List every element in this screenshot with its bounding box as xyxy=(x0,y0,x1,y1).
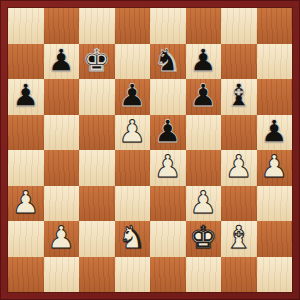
square-h3[interactable] xyxy=(257,186,293,222)
square-b2[interactable]: ♟ xyxy=(44,221,80,257)
white-knight[interactable]: ♞ xyxy=(118,221,146,256)
square-a3[interactable]: ♟ xyxy=(8,186,44,222)
board-frame: ♟♚♞♟♟♟♟♝♟♟♟♟♟♟♟♟♟♞♚♝ xyxy=(0,0,300,300)
square-d4[interactable] xyxy=(115,150,151,186)
square-c1[interactable] xyxy=(79,257,115,293)
square-h7[interactable] xyxy=(257,44,293,80)
white-pawn[interactable]: ♟ xyxy=(225,150,253,185)
white-pawn[interactable]: ♟ xyxy=(260,150,288,185)
square-c8[interactable] xyxy=(79,8,115,44)
square-d2[interactable]: ♞ xyxy=(115,221,151,257)
square-g6[interactable]: ♝ xyxy=(221,79,257,115)
white-bishop[interactable]: ♝ xyxy=(225,221,253,256)
square-c4[interactable] xyxy=(79,150,115,186)
square-c5[interactable] xyxy=(79,115,115,151)
square-g3[interactable] xyxy=(221,186,257,222)
white-king[interactable]: ♚ xyxy=(189,221,217,256)
black-king[interactable]: ♚ xyxy=(83,44,111,79)
square-d8[interactable] xyxy=(115,8,151,44)
square-f2[interactable]: ♚ xyxy=(186,221,222,257)
square-a8[interactable] xyxy=(8,8,44,44)
square-f4[interactable] xyxy=(186,150,222,186)
square-e1[interactable] xyxy=(150,257,186,293)
black-pawn[interactable]: ♟ xyxy=(47,44,75,79)
square-a6[interactable]: ♟ xyxy=(8,79,44,115)
square-g5[interactable] xyxy=(221,115,257,151)
square-g8[interactable] xyxy=(221,8,257,44)
square-b1[interactable] xyxy=(44,257,80,293)
square-a4[interactable] xyxy=(8,150,44,186)
square-g7[interactable] xyxy=(221,44,257,80)
white-pawn[interactable]: ♟ xyxy=(47,221,75,256)
square-d1[interactable] xyxy=(115,257,151,293)
square-a2[interactable] xyxy=(8,221,44,257)
square-b8[interactable] xyxy=(44,8,80,44)
black-knight[interactable]: ♞ xyxy=(154,44,182,79)
white-pawn[interactable]: ♟ xyxy=(189,186,217,221)
square-a5[interactable] xyxy=(8,115,44,151)
square-e6[interactable] xyxy=(150,79,186,115)
white-pawn[interactable]: ♟ xyxy=(12,186,40,221)
square-f3[interactable]: ♟ xyxy=(186,186,222,222)
square-b3[interactable] xyxy=(44,186,80,222)
square-g1[interactable] xyxy=(221,257,257,293)
square-b4[interactable] xyxy=(44,150,80,186)
square-f6[interactable]: ♟ xyxy=(186,79,222,115)
square-a1[interactable] xyxy=(8,257,44,293)
square-e8[interactable] xyxy=(150,8,186,44)
square-h6[interactable] xyxy=(257,79,293,115)
square-f5[interactable] xyxy=(186,115,222,151)
black-bishop[interactable]: ♝ xyxy=(225,79,253,114)
square-e5[interactable]: ♟ xyxy=(150,115,186,151)
black-pawn[interactable]: ♟ xyxy=(12,79,40,114)
square-d3[interactable] xyxy=(115,186,151,222)
square-b7[interactable]: ♟ xyxy=(44,44,80,80)
square-d7[interactable] xyxy=(115,44,151,80)
square-e3[interactable] xyxy=(150,186,186,222)
square-d6[interactable]: ♟ xyxy=(115,79,151,115)
square-h2[interactable] xyxy=(257,221,293,257)
square-f8[interactable] xyxy=(186,8,222,44)
square-h8[interactable] xyxy=(257,8,293,44)
black-pawn[interactable]: ♟ xyxy=(118,79,146,114)
black-pawn[interactable]: ♟ xyxy=(189,79,217,114)
square-h4[interactable]: ♟ xyxy=(257,150,293,186)
square-c6[interactable] xyxy=(79,79,115,115)
square-c7[interactable]: ♚ xyxy=(79,44,115,80)
square-b6[interactable] xyxy=(44,79,80,115)
square-f1[interactable] xyxy=(186,257,222,293)
black-pawn[interactable]: ♟ xyxy=(154,115,182,150)
square-g4[interactable]: ♟ xyxy=(221,150,257,186)
square-c2[interactable] xyxy=(79,221,115,257)
chess-board: ♟♚♞♟♟♟♟♝♟♟♟♟♟♟♟♟♟♞♚♝ xyxy=(8,8,292,292)
square-b5[interactable] xyxy=(44,115,80,151)
square-a7[interactable] xyxy=(8,44,44,80)
square-h5[interactable]: ♟ xyxy=(257,115,293,151)
white-pawn[interactable]: ♟ xyxy=(154,150,182,185)
black-pawn[interactable]: ♟ xyxy=(260,115,288,150)
square-d5[interactable]: ♟ xyxy=(115,115,151,151)
square-e4[interactable]: ♟ xyxy=(150,150,186,186)
white-pawn[interactable]: ♟ xyxy=(118,115,146,150)
square-g2[interactable]: ♝ xyxy=(221,221,257,257)
square-e7[interactable]: ♞ xyxy=(150,44,186,80)
square-e2[interactable] xyxy=(150,221,186,257)
square-f7[interactable]: ♟ xyxy=(186,44,222,80)
square-h1[interactable] xyxy=(257,257,293,293)
black-pawn[interactable]: ♟ xyxy=(189,44,217,79)
square-c3[interactable] xyxy=(79,186,115,222)
